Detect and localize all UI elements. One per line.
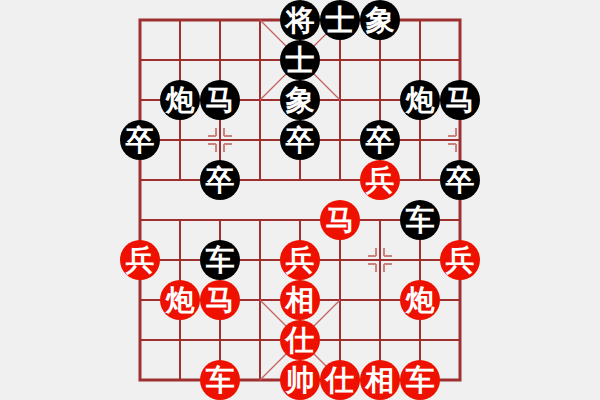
piece-black-soldier[interactable]: 卒	[280, 120, 320, 160]
piece-black-elephant[interactable]: 象	[360, 0, 400, 40]
piece-red-advisor[interactable]: 仕	[280, 320, 320, 360]
piece-black-soldier[interactable]: 卒	[200, 160, 240, 200]
piece-red-chariot[interactable]: 车	[200, 360, 240, 400]
piece-red-chariot[interactable]: 车	[400, 360, 440, 400]
piece-black-cannon[interactable]: 炮	[400, 80, 440, 120]
piece-black-soldier[interactable]: 卒	[120, 120, 160, 160]
piece-black-elephant[interactable]: 象	[280, 80, 320, 120]
piece-red-horse[interactable]: 马	[200, 280, 240, 320]
piece-red-soldier[interactable]: 兵	[120, 240, 160, 280]
piece-black-soldier[interactable]: 卒	[440, 160, 480, 200]
piece-red-horse[interactable]: 马	[320, 200, 360, 240]
piece-red-soldier[interactable]: 兵	[280, 240, 320, 280]
piece-black-chariot[interactable]: 车	[400, 200, 440, 240]
piece-red-elephant[interactable]: 相	[280, 280, 320, 320]
piece-red-soldier[interactable]: 兵	[440, 240, 480, 280]
xiangqi-board[interactable]: 将士象士炮马象炮马卒卒卒卒卒兵马车兵车兵兵炮马相炮仕车帅仕相车	[120, 0, 480, 400]
piece-black-advisor[interactable]: 士	[280, 40, 320, 80]
piece-black-horse[interactable]: 马	[440, 80, 480, 120]
piece-red-elephant[interactable]: 相	[360, 360, 400, 400]
piece-black-advisor[interactable]: 士	[320, 0, 360, 40]
piece-black-cannon[interactable]: 炮	[160, 80, 200, 120]
xiangqi-screen: 将士象士炮马象炮马卒卒卒卒卒兵马车兵车兵兵炮马相炮仕车帅仕相车	[0, 0, 600, 400]
piece-red-soldier[interactable]: 兵	[360, 160, 400, 200]
piece-red-general[interactable]: 帅	[280, 360, 320, 400]
piece-red-cannon[interactable]: 炮	[160, 280, 200, 320]
piece-red-cannon[interactable]: 炮	[400, 280, 440, 320]
piece-red-advisor[interactable]: 仕	[320, 360, 360, 400]
piece-black-general[interactable]: 将	[280, 0, 320, 40]
piece-black-chariot[interactable]: 车	[200, 240, 240, 280]
piece-black-soldier[interactable]: 卒	[360, 120, 400, 160]
piece-black-horse[interactable]: 马	[200, 80, 240, 120]
